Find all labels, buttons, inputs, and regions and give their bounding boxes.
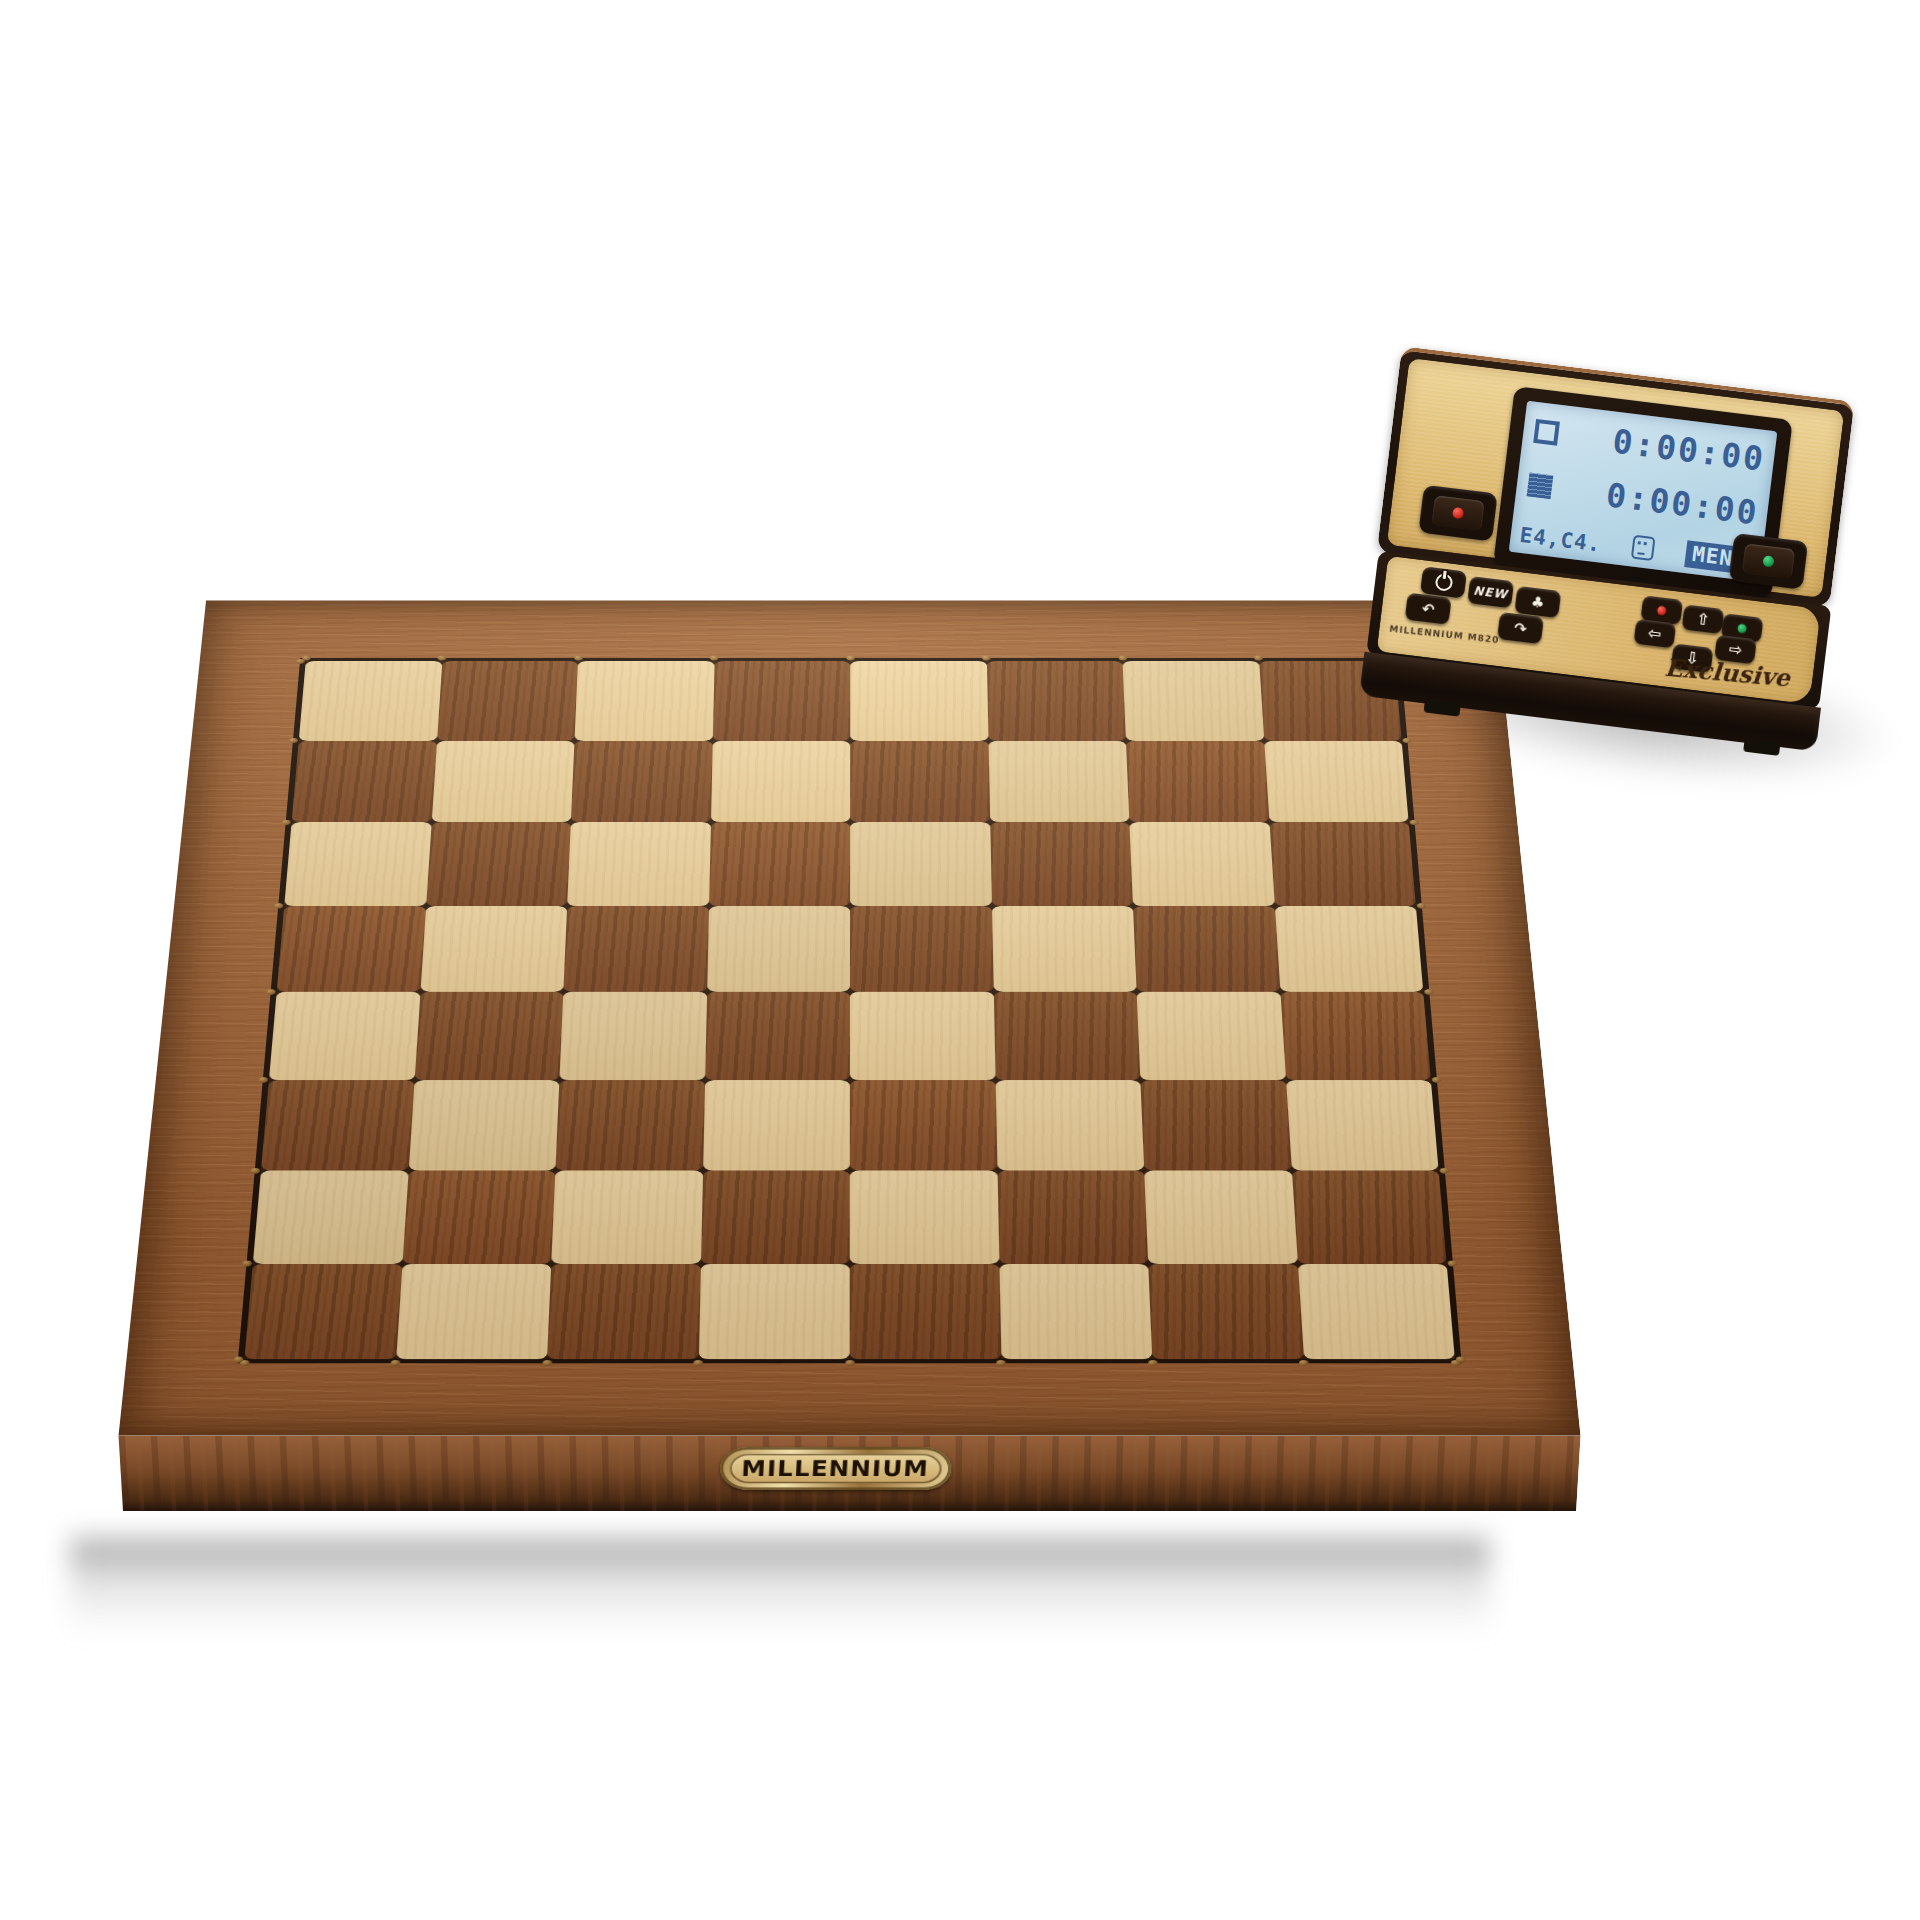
square-f8 xyxy=(986,661,1126,741)
red-event-button-cap xyxy=(1431,495,1484,531)
sensor-dot xyxy=(982,656,991,661)
square-a8 xyxy=(299,661,442,741)
square-e4 xyxy=(850,992,995,1080)
sensor-dot xyxy=(846,656,855,661)
takeback-arrow-icon: ↶ xyxy=(1421,599,1436,618)
sensor-dot xyxy=(1118,656,1127,661)
board-front-face: MILLENNIUM xyxy=(119,1436,1581,1511)
white-clock-time: 0:00:00 xyxy=(1556,414,1767,478)
sensor-dot xyxy=(710,656,719,661)
green-ok-button[interactable] xyxy=(1729,533,1808,590)
square-f5 xyxy=(991,906,1136,992)
square-b1 xyxy=(396,1264,552,1360)
square-d1 xyxy=(698,1264,849,1360)
square-f4 xyxy=(993,992,1140,1080)
square-a1 xyxy=(244,1264,402,1360)
square-g4 xyxy=(1137,992,1286,1080)
new-game-button[interactable]: NEW xyxy=(1467,576,1514,608)
playing-area xyxy=(238,658,1462,1364)
sensor-dot xyxy=(542,1360,552,1366)
sensor-dot xyxy=(289,738,298,743)
display-unit: 0:00:00 0:00:00 E4,C4. MENÜ xyxy=(1356,346,1859,777)
square-c4 xyxy=(559,992,706,1080)
green-ok-button-cap xyxy=(1742,543,1795,579)
sensor-dot xyxy=(390,1360,400,1366)
black-clock-time: 0:00:00 xyxy=(1550,468,1761,532)
square-c8 xyxy=(574,661,714,741)
sensor-dot xyxy=(250,1168,260,1174)
square-h7 xyxy=(1264,741,1409,823)
sensor-dot xyxy=(282,820,291,825)
square-b8 xyxy=(437,661,578,741)
sensor-dot xyxy=(1432,1077,1442,1083)
brand-plaque: MILLENNIUM xyxy=(720,1447,952,1490)
square-d6 xyxy=(709,822,851,906)
sensor-dot xyxy=(1439,1168,1449,1174)
square-h3 xyxy=(1286,1080,1439,1171)
square-b3 xyxy=(408,1080,559,1171)
product-photo-stage: MILLENNIUM 0:00:00 0: xyxy=(0,0,1920,1920)
square-b7 xyxy=(431,741,574,823)
hourglass-icon xyxy=(1630,535,1655,562)
square-f6 xyxy=(990,822,1133,906)
white-player-icon xyxy=(1533,419,1560,446)
sensor-dot xyxy=(258,1077,268,1083)
square-c5 xyxy=(563,906,708,992)
square-d3 xyxy=(703,1080,850,1171)
forward-arrow-icon: ↷ xyxy=(1513,618,1528,637)
sensor-dot xyxy=(1254,656,1263,661)
forward-button[interactable]: ↷ xyxy=(1497,612,1544,644)
sensor-dot xyxy=(438,656,447,661)
sensor-dot xyxy=(845,1360,855,1366)
sensor-dot xyxy=(1409,820,1418,825)
square-b6 xyxy=(426,822,571,906)
sensor-dot xyxy=(1447,1261,1457,1267)
square-g2 xyxy=(1144,1170,1297,1263)
sensor-dot xyxy=(996,1360,1006,1366)
square-g7 xyxy=(1126,741,1269,823)
chess-board: MILLENNIUM xyxy=(123,672,1576,1512)
square-e6 xyxy=(850,822,991,906)
tree-icon: ♣ xyxy=(1530,592,1546,612)
square-f7 xyxy=(988,741,1129,823)
green-dot-icon xyxy=(1737,623,1747,633)
square-c6 xyxy=(567,822,710,906)
power-button[interactable] xyxy=(1420,566,1467,598)
move-hint-text: E4,C4. xyxy=(1518,523,1602,557)
square-d7 xyxy=(710,741,850,823)
square-g6 xyxy=(1129,822,1274,906)
square-g1 xyxy=(1148,1264,1303,1360)
red-event-button[interactable] xyxy=(1418,485,1497,542)
sensor-dot xyxy=(266,989,276,994)
square-h1 xyxy=(1297,1264,1454,1360)
sensor-dot xyxy=(574,656,583,661)
square-h6 xyxy=(1269,822,1416,906)
square-h2 xyxy=(1291,1170,1446,1263)
square-c3 xyxy=(555,1080,704,1171)
left-arrow-key[interactable]: ⇦ xyxy=(1633,619,1676,649)
square-e3 xyxy=(850,1080,997,1171)
takeback-button[interactable]: ↶ xyxy=(1405,593,1452,625)
brand-plaque-inner: MILLENNIUM xyxy=(730,1454,942,1484)
up-arrow-key[interactable]: ⇧ xyxy=(1682,604,1725,634)
square-a5 xyxy=(277,906,426,992)
square-c1 xyxy=(547,1264,700,1360)
square-f3 xyxy=(995,1080,1144,1171)
model-print: MILLENNIUM M820 xyxy=(1389,624,1500,645)
square-e5 xyxy=(850,906,993,992)
square-e7 xyxy=(850,741,990,823)
square-c7 xyxy=(571,741,712,823)
sensor-dot xyxy=(1299,1360,1309,1366)
square-b5 xyxy=(420,906,567,992)
square-a3 xyxy=(261,1080,414,1171)
square-e8 xyxy=(850,661,988,741)
square-d8 xyxy=(712,661,850,741)
sensor-dot xyxy=(1456,1356,1466,1362)
edition-script: Exclusive xyxy=(1664,653,1792,693)
board-grid xyxy=(244,661,1454,1359)
square-g8 xyxy=(1123,661,1264,741)
square-d2 xyxy=(700,1170,849,1263)
sensor-dot xyxy=(693,1360,703,1366)
square-f1 xyxy=(999,1264,1152,1360)
square-d5 xyxy=(707,906,850,992)
sensor-dot xyxy=(1147,1360,1157,1366)
sensor-dot xyxy=(1417,903,1426,908)
power-icon xyxy=(1434,573,1453,592)
square-d4 xyxy=(705,992,850,1080)
square-a6 xyxy=(284,822,431,906)
square-e1 xyxy=(850,1264,1001,1360)
board-top-face xyxy=(119,600,1581,1435)
square-h4 xyxy=(1280,992,1431,1080)
square-g5 xyxy=(1133,906,1280,992)
right-arrow-icon: ⇨ xyxy=(1728,639,1744,659)
red-dot-icon xyxy=(1452,507,1464,519)
sensor-dot xyxy=(296,659,305,664)
square-b4 xyxy=(414,992,563,1080)
library-button[interactable]: ♣ xyxy=(1514,586,1561,618)
square-g3 xyxy=(1140,1080,1291,1171)
square-h5 xyxy=(1274,906,1423,992)
up-arrow-icon: ⇧ xyxy=(1695,609,1711,629)
square-a4 xyxy=(269,992,420,1080)
sensor-dot xyxy=(274,903,283,908)
left-arrow-icon: ⇦ xyxy=(1647,623,1663,643)
sensor-dot xyxy=(242,1261,252,1267)
brand-plaque-label: MILLENNIUM xyxy=(741,1456,930,1481)
sensor-dot xyxy=(233,1356,243,1362)
square-a2 xyxy=(253,1170,408,1263)
sensor-dot xyxy=(1424,989,1434,994)
square-f2 xyxy=(997,1170,1148,1263)
square-b2 xyxy=(402,1170,555,1263)
square-e2 xyxy=(850,1170,999,1263)
square-c2 xyxy=(551,1170,702,1263)
square-a7 xyxy=(292,741,437,823)
red-dot-icon xyxy=(1657,605,1667,615)
black-player-icon xyxy=(1527,472,1554,499)
green-dot-icon xyxy=(1762,555,1774,567)
